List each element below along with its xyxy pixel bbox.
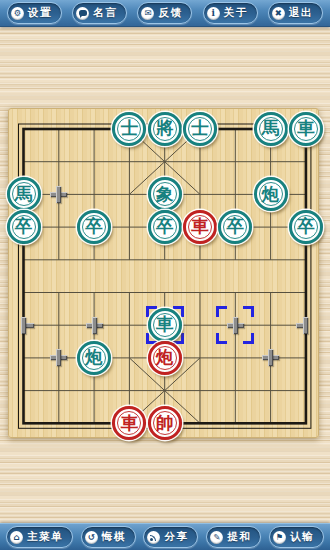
gear-icon: ⚙ (11, 7, 24, 20)
info-icon: i (207, 7, 220, 20)
app-screen: ⚙ 设置 名言 ✉ 反馈 i 关于 ✖ 退出 士將士馬車馬象炮卒卒卒車卒卒車炮炮… (0, 0, 330, 550)
piece-red-炮-4-7[interactable]: 炮 (148, 341, 182, 375)
piece-black-車-4-6[interactable]: 車 (148, 308, 182, 342)
piece-black-炮-7-2[interactable]: 炮 (254, 177, 288, 211)
undo-move-button[interactable]: ↺ 悔棋 (81, 526, 136, 548)
resign-button[interactable]: ⚑ 认输 (269, 526, 324, 548)
settings-button[interactable]: ⚙ 设置 (7, 2, 62, 24)
undo-icon: ↺ (85, 531, 98, 544)
piece-black-馬-0-2[interactable]: 馬 (7, 177, 41, 211)
piece-black-卒-4-3[interactable]: 卒 (148, 210, 182, 244)
undo-move-label: 悔棋 (102, 530, 126, 544)
piece-red-車-5-3[interactable]: 車 (183, 210, 217, 244)
piece-black-卒-0-3[interactable]: 卒 (7, 210, 41, 244)
piece-black-車-8-0[interactable]: 車 (289, 112, 323, 146)
home-icon: ⌂ (10, 531, 23, 544)
envelope-icon: ✉ (141, 7, 154, 20)
piece-black-馬-7-0[interactable]: 馬 (254, 112, 288, 146)
close-icon: ✖ (272, 7, 285, 20)
share-label: 分享 (164, 530, 188, 544)
settings-label: 设置 (28, 6, 52, 20)
piece-black-士-5-0[interactable]: 士 (183, 112, 217, 146)
offer-draw-button[interactable]: ✎ 提和 (206, 526, 261, 548)
xiangqi-board[interactable]: 士將士馬車馬象炮卒卒卒車卒卒車炮炮車帥 (8, 108, 319, 438)
piece-black-卒-8-3[interactable]: 卒 (289, 210, 323, 244)
rss-icon (147, 531, 160, 544)
bottom-toolbar: ⌂ 主菜单 ↺ 悔棋 分享 ✎ 提和 ⚑ 认输 (0, 523, 330, 550)
piece-black-將-4-0[interactable]: 將 (148, 112, 182, 146)
main-menu-button[interactable]: ⌂ 主菜单 (6, 526, 73, 548)
piece-black-卒-2-3[interactable]: 卒 (77, 210, 111, 244)
board-grid (9, 109, 320, 439)
exit-label: 退出 (289, 6, 313, 20)
share-button[interactable]: 分享 (143, 526, 198, 548)
piece-black-象-4-2[interactable]: 象 (148, 177, 182, 211)
speech-bubble-icon (76, 7, 89, 20)
about-label: 关于 (224, 6, 248, 20)
main-menu-label: 主菜单 (27, 530, 63, 544)
quotes-button[interactable]: 名言 (72, 2, 127, 24)
piece-red-帥-4-9[interactable]: 帥 (148, 406, 182, 440)
pencil-icon: ✎ (210, 531, 223, 544)
about-button[interactable]: i 关于 (203, 2, 258, 24)
quotes-label: 名言 (93, 6, 117, 20)
feedback-button[interactable]: ✉ 反馈 (137, 2, 192, 24)
exit-button[interactable]: ✖ 退出 (268, 2, 323, 24)
flag-icon: ⚑ (273, 531, 286, 544)
piece-black-炮-2-7[interactable]: 炮 (77, 341, 111, 375)
top-toolbar: ⚙ 设置 名言 ✉ 反馈 i 关于 ✖ 退出 (0, 0, 330, 27)
offer-draw-label: 提和 (227, 530, 251, 544)
feedback-label: 反馈 (158, 6, 182, 20)
resign-label: 认输 (290, 530, 314, 544)
